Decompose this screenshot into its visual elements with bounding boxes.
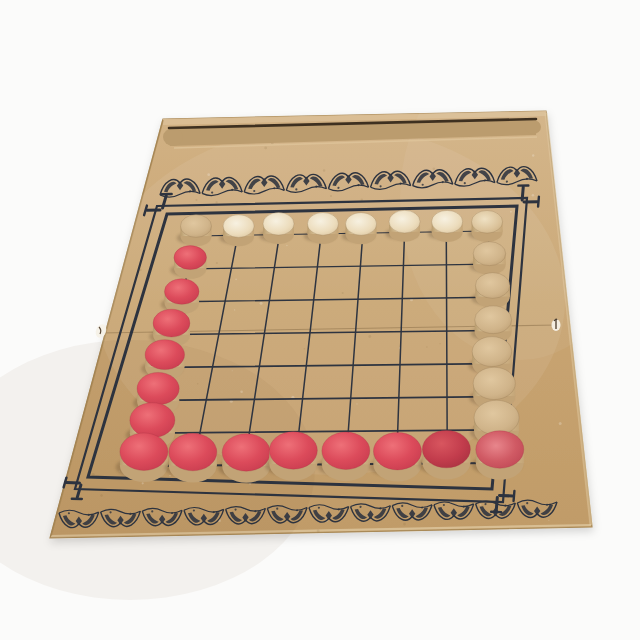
photo-frame [0, 0, 640, 640]
board-photo [0, 0, 640, 640]
